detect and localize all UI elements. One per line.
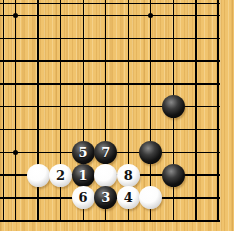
stone-black-O2[interactable]: 3 [94,186,117,209]
move-number-label: 7 [101,141,110,164]
grid-line-vertical [195,0,196,222]
grid-line-horizontal [0,60,220,61]
grid-line-vertical [60,0,61,222]
move-number-label: 2 [56,164,65,187]
move-number-label: 3 [101,186,110,209]
move-number-label: 5 [79,141,88,164]
stone-white-Q2[interactable] [139,186,162,209]
stone-black-R3[interactable] [162,164,185,187]
stone-white-P3[interactable]: 8 [117,164,140,187]
stone-white-O3[interactable] [94,164,117,187]
move-number-label: 1 [79,164,88,187]
frame-line-left [3,0,4,222]
grid-line-horizontal [0,106,220,107]
stone-white-P2[interactable]: 4 [117,186,140,209]
stone-white-L3[interactable] [27,164,50,187]
board-edge-bottom [0,220,220,222]
go-board[interactable]: 57218634 [0,0,234,231]
frame-line-top [0,3,220,4]
star-point-Q10 [148,13,153,18]
board-edge-right [217,0,219,222]
star-point-K10 [13,13,18,18]
move-number-label: 6 [79,186,88,209]
stone-black-R6[interactable] [162,95,185,118]
move-number-label: 8 [124,164,133,187]
move-number-label: 4 [124,186,133,209]
stone-black-N3[interactable]: 1 [72,164,95,187]
stone-black-Q4[interactable] [139,141,162,164]
grid-line-horizontal [0,15,220,16]
star-point-K4 [13,150,18,155]
stone-black-N4[interactable]: 5 [72,141,95,164]
grid-line-vertical [15,0,16,222]
stone-black-O4[interactable]: 7 [94,141,117,164]
grid-line-horizontal [0,38,220,39]
stone-white-N2[interactable]: 6 [72,186,95,209]
grid-line-horizontal [0,83,220,84]
grid-line-horizontal [0,129,220,130]
grid-line-vertical [37,0,38,222]
stone-white-M3[interactable]: 2 [49,164,72,187]
